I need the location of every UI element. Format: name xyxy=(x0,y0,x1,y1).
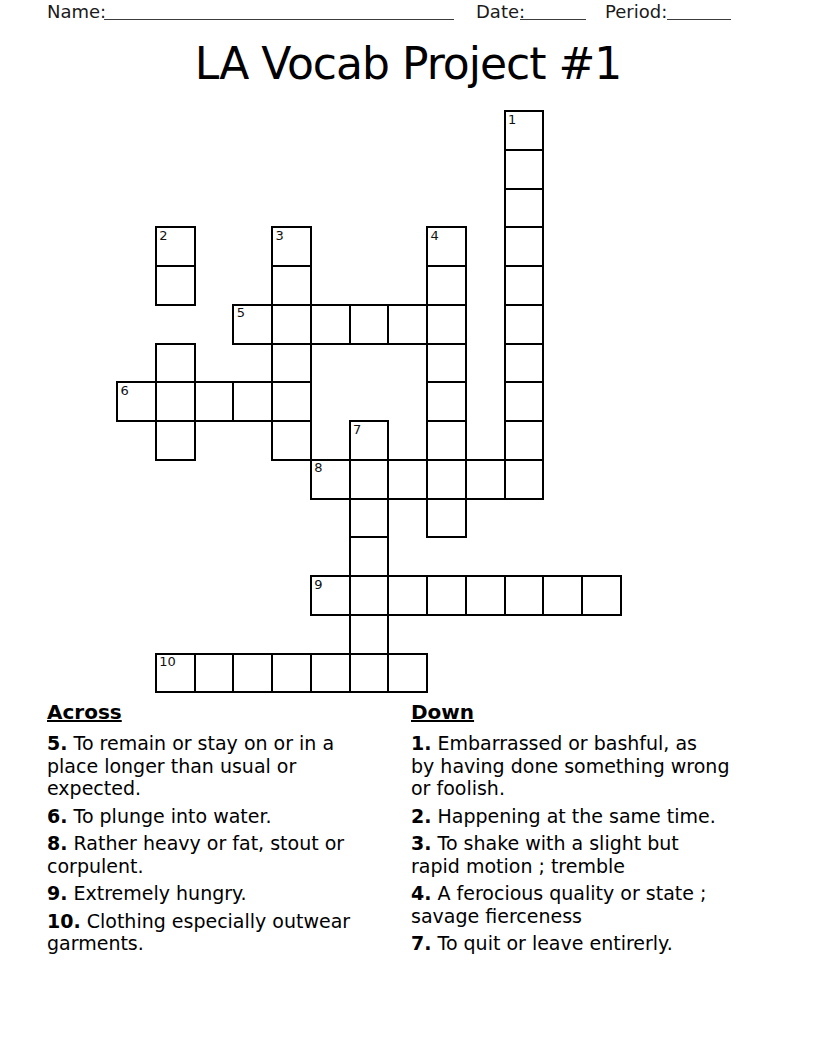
across-clue-9: 9. Extremely hungry. xyxy=(47,882,419,905)
cell-r9-c9[interactable] xyxy=(465,459,506,500)
clue-text: To quit or leave entirerly. xyxy=(438,932,673,954)
cell-r9-c6[interactable] xyxy=(349,459,390,500)
across-heading: Across xyxy=(47,700,419,724)
cell-r6-c8[interactable] xyxy=(426,343,467,384)
cell-r12-c5[interactable]: 9 xyxy=(310,575,351,616)
grid-number-3: 3 xyxy=(276,229,284,243)
page-title: LA Vocab Project #1 xyxy=(0,38,816,89)
date-blank-line[interactable] xyxy=(520,3,586,20)
clue-number: 2. xyxy=(411,805,431,827)
cell-r7-c2[interactable] xyxy=(194,381,235,422)
cell-r10-c6[interactable] xyxy=(349,498,390,539)
clue-number: 4. xyxy=(411,882,431,904)
cell-r4-c1[interactable] xyxy=(155,265,196,306)
cell-r5-c7[interactable] xyxy=(387,304,428,345)
cell-r9-c8[interactable] xyxy=(426,459,467,500)
cell-r14-c7[interactable] xyxy=(387,653,428,694)
across-clues-column: Across 5. To remain or stay on or in a p… xyxy=(47,700,419,960)
cell-r5-c3[interactable]: 5 xyxy=(232,304,273,345)
clue-number: 3. xyxy=(411,832,431,854)
down-clue-7: 7. To quit or leave entirerly. xyxy=(411,932,813,955)
clue-number: 9. xyxy=(47,882,67,904)
down-heading: Down xyxy=(411,700,813,724)
cell-r8-c6[interactable]: 7 xyxy=(349,420,390,461)
cell-r7-c1[interactable] xyxy=(155,381,196,422)
cell-r7-c0[interactable]: 6 xyxy=(116,381,157,422)
across-clue-10: 10. Clothing especially outwear garments… xyxy=(47,910,419,955)
cell-r0-c10[interactable]: 1 xyxy=(504,110,545,151)
grid-number-9: 9 xyxy=(314,578,322,592)
clue-text: Happening at the same time. xyxy=(438,805,716,827)
cell-r6-c4[interactable] xyxy=(271,343,312,384)
grid-number-1: 1 xyxy=(508,113,516,127)
grid-number-2: 2 xyxy=(159,229,167,243)
clue-number: 1. xyxy=(411,732,431,754)
cell-r12-c10[interactable] xyxy=(504,575,545,616)
clue-text: Rather heavy or fat, stout or corpulent. xyxy=(47,832,344,877)
cell-r12-c9[interactable] xyxy=(465,575,506,616)
cell-r14-c5[interactable] xyxy=(310,653,351,694)
cell-r14-c2[interactable] xyxy=(194,653,235,694)
period-label: Period: xyxy=(605,1,667,22)
across-clue-5: 5. To remain or stay on or in a place lo… xyxy=(47,732,419,800)
cell-r7-c4[interactable] xyxy=(271,381,312,422)
cell-r3-c4[interactable]: 3 xyxy=(271,226,312,267)
across-clue-6: 6. To plunge into water. xyxy=(47,805,419,828)
cell-r5-c8[interactable] xyxy=(426,304,467,345)
clue-text: To remain or stay on or in a place longe… xyxy=(47,732,334,799)
name-label: Name: xyxy=(47,1,106,22)
crossword-grid: 12345678910 xyxy=(116,110,622,694)
grid-number-10: 10 xyxy=(159,655,176,669)
cell-r12-c11[interactable] xyxy=(542,575,583,616)
cell-r9-c7[interactable] xyxy=(387,459,428,500)
cell-r8-c10[interactable] xyxy=(504,420,545,461)
cell-r3-c10[interactable] xyxy=(504,226,545,267)
down-clue-3: 3. To shake with a slight but rapid moti… xyxy=(411,832,813,877)
clue-number: 6. xyxy=(47,805,67,827)
clue-text: Embarrassed or bashful, as by having don… xyxy=(411,732,729,799)
grid-number-4: 4 xyxy=(431,229,439,243)
period-blank-line[interactable] xyxy=(667,3,731,20)
clue-number: 8. xyxy=(47,832,67,854)
cell-r14-c4[interactable] xyxy=(271,653,312,694)
down-clue-4: 4. A ferocious quality or state ; savage… xyxy=(411,882,813,927)
cell-r7-c8[interactable] xyxy=(426,381,467,422)
cell-r5-c5[interactable] xyxy=(310,304,351,345)
name-blank-line[interactable] xyxy=(104,3,454,20)
grid-number-6: 6 xyxy=(121,384,129,398)
clue-text: A ferocious quality or state ; savage fi… xyxy=(411,882,706,927)
cell-r14-c6[interactable] xyxy=(349,653,390,694)
grid-number-8: 8 xyxy=(314,461,322,475)
cell-r3-c1[interactable]: 2 xyxy=(155,226,196,267)
clue-text: Clothing especially outwear garments. xyxy=(47,910,350,955)
down-clues-column: Down 1. Embarrassed or bashful, as by ha… xyxy=(411,700,813,960)
cell-r10-c8[interactable] xyxy=(426,498,467,539)
worksheet-page: Name: Date: Period: LA Vocab Project #1 … xyxy=(0,0,816,1056)
cell-r12-c7[interactable] xyxy=(387,575,428,616)
cell-r6-c1[interactable] xyxy=(155,343,196,384)
clue-text: Extremely hungry. xyxy=(74,882,247,904)
clue-number: 7. xyxy=(411,932,431,954)
cell-r4-c4[interactable] xyxy=(271,265,312,306)
cell-r1-c10[interactable] xyxy=(504,149,545,190)
cell-r5-c6[interactable] xyxy=(349,304,390,345)
down-clue-1: 1. Embarrassed or bashful, as by having … xyxy=(411,732,813,800)
cell-r8-c4[interactable] xyxy=(271,420,312,461)
cell-r8-c1[interactable] xyxy=(155,420,196,461)
cell-r3-c8[interactable]: 4 xyxy=(426,226,467,267)
date-label: Date: xyxy=(476,1,525,22)
clue-text: To plunge into water. xyxy=(74,805,272,827)
clue-number: 10. xyxy=(47,910,81,932)
cell-r2-c10[interactable] xyxy=(504,188,545,229)
grid-number-5: 5 xyxy=(237,306,245,320)
across-clue-8: 8. Rather heavy or fat, stout or corpule… xyxy=(47,832,419,877)
clue-text: To shake with a slight but rapid motion … xyxy=(411,832,679,877)
cell-r5-c10[interactable] xyxy=(504,304,545,345)
cell-r12-c6[interactable] xyxy=(349,575,390,616)
cell-r7-c10[interactable] xyxy=(504,381,545,422)
down-clue-2: 2. Happening at the same time. xyxy=(411,805,813,828)
cell-r6-c10[interactable] xyxy=(504,343,545,384)
cell-r4-c8[interactable] xyxy=(426,265,467,306)
cell-r11-c6[interactable] xyxy=(349,536,390,577)
cell-r14-c3[interactable] xyxy=(232,653,273,694)
cell-r5-c4[interactable] xyxy=(271,304,312,345)
grid-number-7: 7 xyxy=(353,423,361,437)
cell-r12-c12[interactable] xyxy=(581,575,622,616)
cell-r12-c8[interactable] xyxy=(426,575,467,616)
cell-r9-c10[interactable] xyxy=(504,459,545,500)
cell-r14-c1[interactable]: 10 xyxy=(155,653,196,694)
clue-number: 5. xyxy=(47,732,67,754)
cell-r9-c5[interactable]: 8 xyxy=(310,459,351,500)
cell-r7-c3[interactable] xyxy=(232,381,273,422)
cell-r4-c10[interactable] xyxy=(504,265,545,306)
cell-r13-c6[interactable] xyxy=(349,614,390,655)
cell-r8-c8[interactable] xyxy=(426,420,467,461)
